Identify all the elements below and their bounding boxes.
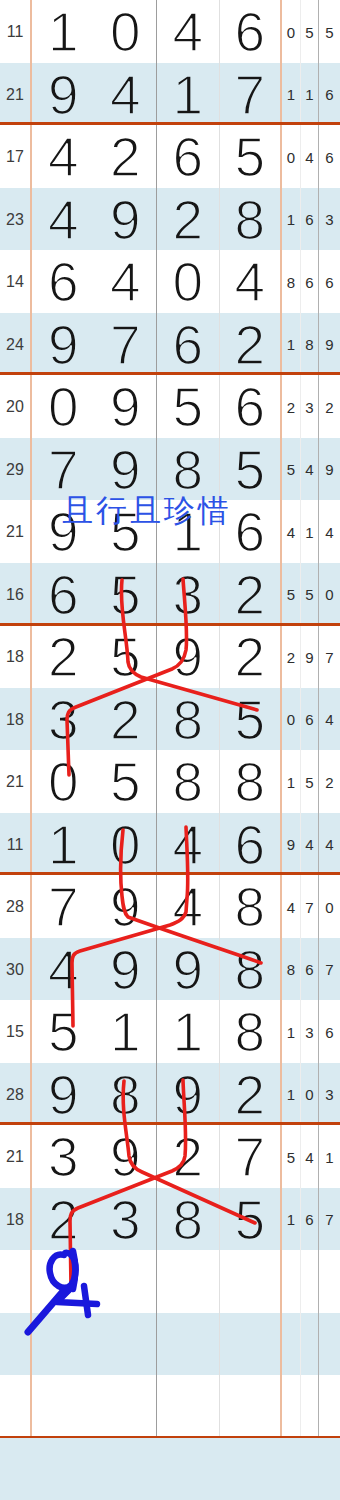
stat-cell: 4 [319,813,340,877]
digit-cell: 8 [220,1000,283,1064]
stat-cell: 5 [301,750,319,814]
sum-label: 15 [0,1000,32,1064]
table-row: 210588152 [0,750,340,813]
empty-row [0,1313,340,1376]
stat-cell: 8 [301,313,319,377]
sum-label: 11 [0,813,32,877]
digit-cell: 9 [32,63,95,127]
sum-label: 18 [0,1188,32,1252]
sum-label: 18 [0,625,32,689]
stat-cell [301,1375,319,1438]
table-row: 146404866 [0,250,340,313]
digit-cell: 4 [32,938,95,1002]
stat-cell [301,1250,319,1313]
stat-cell: 8 [282,938,301,1002]
stat-cell: 5 [282,1125,301,1189]
stat-cell: 4 [301,1125,319,1189]
digit-cell: 2 [95,688,158,752]
stat-cell: 6 [319,250,340,314]
stat-cell: 7 [319,1188,340,1252]
digit-cell: 9 [95,875,158,939]
sum-label: 21 [0,500,32,564]
group-separator [0,1122,340,1125]
digit-cell: 0 [95,813,158,877]
digit-cell: 8 [220,750,283,814]
empty-row [0,1375,340,1438]
digit-cell [95,1375,158,1438]
digit-cell: 9 [95,375,158,439]
digit-cell: 8 [220,188,283,252]
digit-cell [32,1250,95,1313]
stat-cell: 6 [319,125,340,189]
stat-cell: 0 [282,688,301,752]
table-row: 249762189 [0,313,340,376]
stat-cell: 5 [282,563,301,627]
digit-cell: 7 [220,63,283,127]
digit-cell [32,1375,95,1438]
digit-cell: 9 [157,1063,220,1127]
stat-cell: 1 [282,750,301,814]
digit-cell: 8 [220,938,283,1002]
sum-label: 28 [0,875,32,939]
stat-cell: 6 [301,188,319,252]
digit-cell: 5 [32,1000,95,1064]
digit-cell: 7 [220,1125,283,1189]
digit-cell: 6 [32,250,95,314]
digit-cell: 0 [32,375,95,439]
stat-cell: 3 [301,375,319,439]
digit-cell [95,1313,158,1376]
digit-cell: 4 [157,813,220,877]
digit-cell: 2 [32,625,95,689]
digit-cell: 2 [220,1063,283,1127]
stat-cell: 0 [282,0,301,64]
sum-label [0,1313,32,1376]
digit-cell: 5 [157,375,220,439]
digit-cell: 8 [95,1063,158,1127]
digit-cell: 3 [32,1125,95,1189]
digit-cell: 6 [220,0,283,64]
digit-cell: 8 [157,750,220,814]
stat-cell: 6 [301,1188,319,1252]
stat-cell: 3 [319,188,340,252]
table-row: 182592297 [0,625,340,688]
stat-cell: 6 [319,1000,340,1064]
digit-cell: 4 [95,250,158,314]
stat-cell: 6 [301,688,319,752]
trend-table: 1110460552194171161742650462349281631464… [0,0,340,1438]
blue-caption-text: 且行且珍惜 [62,490,232,532]
digit-cell: 6 [157,125,220,189]
digit-cell: 8 [157,1188,220,1252]
sum-label: 28 [0,1063,32,1127]
digit-cell: 9 [32,1063,95,1127]
table-row: 234928163 [0,188,340,251]
digit-cell: 9 [157,625,220,689]
stat-cell [282,1250,301,1313]
digit-cell: 5 [95,625,158,689]
stat-cell: 1 [319,1125,340,1189]
digit-cell: 0 [95,0,158,64]
sum-label: 24 [0,313,32,377]
digit-cell: 4 [32,125,95,189]
table-row: 213927541 [0,1125,340,1188]
digit-cell: 2 [32,1188,95,1252]
digit-cell: 0 [32,750,95,814]
stat-cell: 9 [301,625,319,689]
stat-cell: 9 [282,813,301,877]
stat-cell: 7 [319,625,340,689]
table-row: 200956232 [0,375,340,438]
digit-cell: 0 [157,250,220,314]
digit-cell: 1 [32,0,95,64]
stat-cell: 3 [301,1000,319,1064]
sum-label: 16 [0,563,32,627]
digit-cell: 2 [157,188,220,252]
sum-label: 11 [0,0,32,64]
stat-cell: 2 [319,375,340,439]
digit-cell: 9 [157,938,220,1002]
digit-cell: 2 [220,313,283,377]
sum-label: 14 [0,250,32,314]
empty-row [0,1250,340,1313]
digit-cell: 6 [32,563,95,627]
stat-cell: 6 [301,938,319,1002]
group-separator [0,872,340,875]
footer-separator [0,1436,340,1438]
digit-cell [220,1375,283,1438]
stat-cell: 1 [282,1063,301,1127]
table-row: 182385167 [0,1188,340,1251]
table-row: 287948470 [0,875,340,938]
stat-cell [319,1250,340,1313]
digit-cell: 4 [157,875,220,939]
digit-cell: 9 [95,938,158,1002]
digit-cell: 8 [220,875,283,939]
digit-cell: 6 [157,313,220,377]
digit-cell: 5 [95,563,158,627]
stat-cell: 0 [301,1063,319,1127]
sum-label: 17 [0,125,32,189]
digit-cell: 3 [157,563,220,627]
digit-cell: 9 [95,188,158,252]
stat-cell: 4 [282,875,301,939]
sum-label: 18 [0,688,32,752]
digit-cell [220,1313,283,1376]
stat-cell: 5 [301,563,319,627]
digit-cell: 3 [95,1188,158,1252]
digit-cell: 2 [220,625,283,689]
stat-cell: 5 [301,0,319,64]
table-row: 166532550 [0,563,340,626]
sum-label: 29 [0,438,32,502]
table-row: 174265046 [0,125,340,188]
stat-cell [301,1313,319,1376]
stat-cell: 3 [319,1063,340,1127]
digit-cell [157,1375,220,1438]
stat-cell: 0 [319,563,340,627]
stat-cell: 5 [319,0,340,64]
stat-cell: 0 [282,125,301,189]
digit-cell [220,1250,283,1313]
digit-cell: 2 [220,563,283,627]
digit-cell: 4 [32,188,95,252]
stat-cell: 4 [301,813,319,877]
table-row: 219417116 [0,63,340,126]
sum-label: 23 [0,188,32,252]
digit-cell: 1 [157,63,220,127]
digit-cell: 2 [95,125,158,189]
digit-cell: 5 [220,1188,283,1252]
stat-cell: 2 [282,375,301,439]
stat-cell: 5 [282,438,301,502]
group-separator [0,623,340,626]
table-row: 289892103 [0,1063,340,1126]
digit-cell: 9 [32,313,95,377]
stat-cell: 7 [319,938,340,1002]
stat-cell: 0 [319,875,340,939]
stat-cell [282,1313,301,1376]
stat-cell: 1 [301,63,319,127]
digit-cell: 1 [157,1000,220,1064]
stat-cell: 1 [282,1000,301,1064]
stat-cell: 1 [301,500,319,564]
digit-cell: 9 [95,1125,158,1189]
table-row: 183285064 [0,688,340,751]
digit-cell [95,1250,158,1313]
digit-cell: 4 [157,0,220,64]
digit-cell [157,1313,220,1376]
digit-cell: 3 [32,688,95,752]
digit-cell: 4 [95,63,158,127]
digit-cell: 8 [157,688,220,752]
group-separator [0,372,340,375]
sum-label: 21 [0,63,32,127]
digit-cell: 1 [95,1000,158,1064]
digit-cell: 2 [157,1125,220,1189]
stat-cell: 9 [319,313,340,377]
table-row: 111046055 [0,0,340,63]
stat-cell: 7 [301,875,319,939]
digit-cell: 5 [220,125,283,189]
digit-cell: 6 [220,375,283,439]
stat-cell: 6 [301,250,319,314]
table-row: 304998867 [0,938,340,1001]
stat-cell [282,1375,301,1438]
stat-cell: 4 [301,125,319,189]
stat-cell: 1 [282,63,301,127]
stat-cell: 1 [282,188,301,252]
stat-cell: 4 [282,500,301,564]
stat-cell: 4 [301,438,319,502]
digit-cell [32,1313,95,1376]
stat-cell: 9 [319,438,340,502]
digit-cell: 7 [95,313,158,377]
digit-cell [157,1250,220,1313]
stat-cell: 1 [282,1188,301,1252]
stat-cell: 4 [319,688,340,752]
footer-band [0,1438,340,1500]
table-row: 155118136 [0,1000,340,1063]
stat-cell [319,1313,340,1376]
digit-cell: 5 [220,688,283,752]
sum-label [0,1250,32,1313]
sum-label: 21 [0,750,32,814]
sum-label: 21 [0,1125,32,1189]
sum-label: 30 [0,938,32,1002]
stat-cell: 8 [282,250,301,314]
sum-label [0,1375,32,1438]
digit-cell: 4 [220,250,283,314]
stat-cell: 1 [282,313,301,377]
sum-label: 20 [0,375,32,439]
digit-cell: 7 [32,875,95,939]
stat-cell [319,1375,340,1438]
lottery-trend-screenshot: 1110460552194171161742650462349281631464… [0,0,340,1500]
digit-cell: 5 [95,750,158,814]
digit-cell: 1 [32,813,95,877]
stat-cell: 2 [282,625,301,689]
stat-cell: 4 [319,500,340,564]
stat-cell: 6 [319,63,340,127]
stat-cell: 2 [319,750,340,814]
group-separator [0,122,340,125]
digit-cell: 6 [220,813,283,877]
table-row: 111046944 [0,813,340,876]
